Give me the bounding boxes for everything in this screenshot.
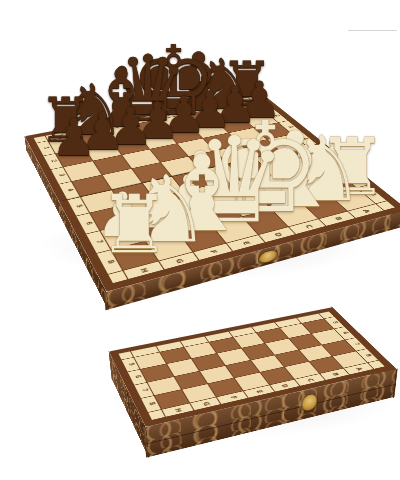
coordinate-label: 7 [352, 342, 360, 346]
coordinate-label: 8 [146, 401, 155, 405]
piece-white-rook[interactable]: ♜ [99, 185, 171, 265]
coordinate-label: 5 [74, 204, 83, 208]
coordinate-label: F [228, 395, 237, 399]
box-halves-seam [127, 388, 130, 418]
coordinate-label: B [330, 372, 339, 376]
coordinate-label: 6 [133, 375, 141, 379]
coordinate-label: 7 [139, 387, 148, 391]
coordinate-label: A [354, 366, 363, 370]
coordinate-label: 5 [126, 362, 134, 366]
coordinate-label: C [305, 377, 314, 381]
brass-latch [302, 393, 317, 412]
product-photo: HGFEDCBA1122334455667788HGFEDCBA ♜♞♝♛♚♝♞… [0, 0, 400, 480]
coordinate-label: 6 [83, 221, 92, 226]
piece-dark-pawn[interactable]: ♟ [51, 112, 97, 163]
photo-artifact-line [348, 30, 397, 31]
closed-box-top: 55667788HGFEDCBA [109, 307, 396, 427]
coordinate-label: 4 [65, 188, 74, 192]
coordinate-label: 6 [341, 331, 349, 334]
file-label-near: D [270, 379, 300, 391]
closed-chess-box: 55667788HGFEDCBA [85, 262, 400, 457]
coordinate-label: 3 [57, 173, 65, 177]
coordinate-label: E [254, 389, 263, 393]
coordinate-label: G [201, 401, 210, 406]
open-chess-set: HGFEDCBA1122334455667788HGFEDCBA ♜♞♝♛♚♝♞… [8, 40, 392, 300]
coordinate-label: D [280, 383, 289, 388]
coordinate-label: 8 [363, 353, 371, 357]
coordinate-label: H [173, 407, 182, 412]
coordinate-label: 5 [330, 321, 338, 324]
